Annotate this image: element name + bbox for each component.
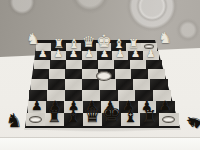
square-g6: [135, 90, 153, 101]
square-g7: [138, 101, 157, 113]
square-c7: [64, 101, 83, 113]
square-d6: [82, 90, 100, 101]
square-d5: [82, 79, 100, 90]
square-h4: [148, 69, 165, 79]
board-underside-edge: [24, 128, 181, 130]
square-g5: [133, 79, 151, 90]
square-e1: [96, 43, 111, 51]
square-a6: [29, 90, 47, 101]
square-h3: [146, 60, 162, 69]
square-d2: [82, 51, 98, 60]
photo-scene: ♜♝♛♚♝♜♟♟♟♟♟♟♟♟♟♟♟♟♟♟♟♟♜♝♛♚♝♜♞♞♞♞: [0, 0, 200, 150]
square-f2: [112, 51, 128, 60]
square-f5: [116, 79, 134, 90]
square-e8: [102, 113, 122, 126]
corner-logo-medallion-top-right: [144, 44, 154, 50]
square-h2: [143, 51, 159, 60]
square-a5: [31, 79, 49, 90]
square-e7: [101, 101, 120, 113]
square-h6: [153, 90, 171, 101]
square-e6: [100, 90, 118, 101]
square-f1: [111, 43, 126, 51]
square-f7: [119, 101, 138, 113]
corner-logo-medallion-bottom-right: [162, 116, 175, 123]
square-b8: [45, 113, 65, 126]
square-h7: [156, 101, 175, 113]
square-a3: [34, 60, 50, 69]
square-h5: [150, 79, 168, 90]
square-a4: [33, 69, 50, 79]
counter-front-edge: [0, 138, 200, 150]
square-a2: [35, 51, 51, 60]
square-c1: [66, 43, 81, 51]
square-d3: [82, 60, 98, 69]
square-a7: [28, 101, 47, 113]
square-b4: [49, 69, 66, 79]
square-c2: [66, 51, 82, 60]
square-c3: [66, 60, 82, 69]
square-c5: [65, 79, 83, 90]
square-d8: [83, 113, 103, 126]
square-d7: [83, 101, 102, 113]
square-b3: [50, 60, 66, 69]
square-f6: [118, 90, 136, 101]
square-g2: [128, 51, 144, 60]
square-g1: [126, 43, 141, 51]
square-c4: [65, 69, 82, 79]
square-g4: [131, 69, 148, 79]
square-a1: [36, 43, 51, 51]
square-g8: [140, 113, 160, 126]
center-logo-medallion: [96, 71, 112, 81]
square-c6: [65, 90, 83, 101]
square-f8: [121, 113, 141, 126]
square-b7: [46, 101, 65, 113]
square-f4: [115, 69, 132, 79]
square-c8: [64, 113, 84, 126]
square-b1: [51, 43, 66, 51]
square-b6: [47, 90, 65, 101]
square-f3: [114, 60, 130, 69]
square-g3: [130, 60, 146, 69]
corner-logo-medallion-bottom-left: [29, 116, 42, 123]
square-b5: [48, 79, 66, 90]
square-e3: [98, 60, 114, 69]
square-e2: [97, 51, 113, 60]
square-b2: [51, 51, 67, 60]
square-d1: [81, 43, 96, 51]
